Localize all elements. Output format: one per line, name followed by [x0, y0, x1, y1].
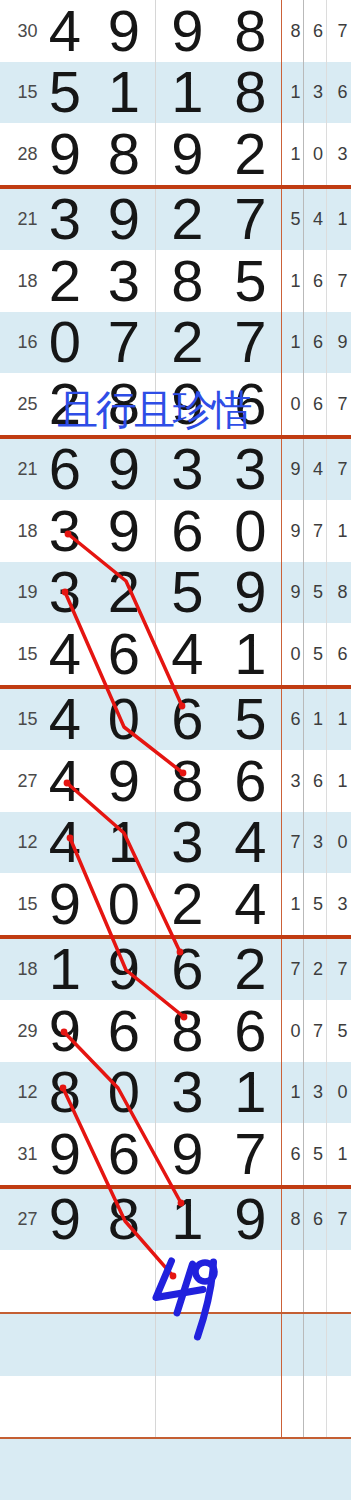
- sum-value: 27: [0, 750, 42, 812]
- digit-value: 9: [92, 0, 155, 62]
- tail-value: 0: [280, 623, 302, 685]
- digit-value: 4: [42, 750, 92, 812]
- draw-row: 193259958: [0, 562, 351, 624]
- digit-value: 6: [92, 1000, 155, 1062]
- digit-value: 6: [217, 1000, 280, 1062]
- draw-row: 213927541: [0, 189, 351, 251]
- draw-row: 124134730: [0, 812, 351, 874]
- tail-value: 5: [302, 1123, 325, 1185]
- draw-row: 182385167: [0, 250, 351, 312]
- draw-row: 160727169: [0, 312, 351, 374]
- digit-value: 7: [92, 312, 155, 374]
- digit-value: 9: [92, 500, 155, 562]
- digit-value: 2: [92, 562, 155, 624]
- tail-value: 7: [325, 939, 351, 1001]
- digit-value: 8: [217, 62, 280, 124]
- digit-value: 3: [155, 1062, 217, 1124]
- draw-row: 128031130: [0, 1062, 351, 1124]
- tail-value: 7: [325, 250, 351, 312]
- tail-value: 3: [302, 62, 325, 124]
- tail-value: 5: [302, 623, 325, 685]
- digit-value: 9: [92, 939, 155, 1001]
- digit-value: 3: [155, 812, 217, 874]
- digit-value: 8: [155, 1000, 217, 1062]
- tail-value: 7: [280, 812, 302, 874]
- digit-value: 0: [92, 689, 155, 751]
- tail-value: 8: [280, 0, 302, 62]
- tail-value: 2: [302, 939, 325, 1001]
- digit-value: 5: [42, 62, 92, 124]
- digit-value: 9: [42, 1189, 92, 1251]
- digit-value: 4: [42, 623, 92, 685]
- tail-value: 9: [280, 562, 302, 624]
- tail-value: 7: [325, 1189, 351, 1251]
- tail-value: 7: [280, 939, 302, 1001]
- digit-value: 6: [92, 623, 155, 685]
- group-divider-thick: [0, 1185, 351, 1189]
- sum-value: 28: [0, 123, 42, 185]
- digit-value: 4: [217, 812, 280, 874]
- draw-row: 181962727: [0, 939, 351, 1001]
- tail-value: 6: [325, 623, 351, 685]
- digit-value: 8: [92, 123, 155, 185]
- digit-value: 7: [217, 312, 280, 374]
- draw-row: 304998867: [0, 0, 351, 62]
- digit-value: 3: [42, 500, 92, 562]
- tail-value: 6: [302, 373, 325, 435]
- sum-value: 25: [0, 373, 42, 435]
- tail-value: 7: [325, 0, 351, 62]
- sum-value: 29: [0, 1000, 42, 1062]
- tail-value: 6: [302, 750, 325, 812]
- digit-value: 4: [42, 812, 92, 874]
- tail-value: 6: [302, 0, 325, 62]
- digit-value: 6: [92, 1123, 155, 1185]
- group-divider-thick: [0, 185, 351, 189]
- tail-value: 3: [325, 873, 351, 935]
- digit-value: 2: [217, 123, 280, 185]
- digit-value: 4: [42, 689, 92, 751]
- digit-value: 2: [42, 250, 92, 312]
- digit-value: 8: [42, 1062, 92, 1124]
- sum-value: 12: [0, 812, 42, 874]
- digit-value: 1: [155, 62, 217, 124]
- draw-row: 159024153: [0, 873, 351, 935]
- digit-value: 1: [42, 939, 92, 1001]
- digit-value: 8: [155, 250, 217, 312]
- digit-value: 9: [155, 123, 217, 185]
- tail-value: 1: [325, 500, 351, 562]
- empty-row: [0, 1439, 351, 1500]
- digit-value: 2: [155, 189, 217, 251]
- group-divider-thin: [0, 1437, 351, 1439]
- digit-value: 1: [217, 623, 280, 685]
- draw-row: 289892103: [0, 123, 351, 185]
- tail-value: 3: [280, 750, 302, 812]
- group-divider-thick: [0, 435, 351, 439]
- sum-value: 16: [0, 312, 42, 374]
- digit-value: 4: [42, 0, 92, 62]
- digit-value: 9: [42, 1000, 92, 1062]
- sum-value: 18: [0, 939, 42, 1001]
- digit-value: 2: [155, 873, 217, 935]
- digit-value: 9: [92, 750, 155, 812]
- empty-row: [0, 1250, 351, 1312]
- digit-value: 8: [155, 750, 217, 812]
- digit-value: 9: [92, 439, 155, 501]
- digit-value: 8: [92, 373, 155, 435]
- draw-row: 279819867: [0, 1189, 351, 1251]
- tail-value: 1: [302, 689, 325, 751]
- digit-value: 1: [92, 812, 155, 874]
- digit-value: 9: [217, 1189, 280, 1251]
- tail-value: 6: [280, 1123, 302, 1185]
- tail-value: 1: [280, 1062, 302, 1124]
- tail-value: 0: [280, 373, 302, 435]
- sum-value: 21: [0, 439, 42, 501]
- digit-value: 4: [217, 873, 280, 935]
- tail-value: 5: [302, 562, 325, 624]
- tail-value: 7: [325, 439, 351, 501]
- draw-row: 216933947: [0, 439, 351, 501]
- sum-value: 18: [0, 500, 42, 562]
- group-divider-thick: [0, 685, 351, 689]
- digit-value: 9: [217, 562, 280, 624]
- digit-value: 6: [155, 689, 217, 751]
- digit-value: 3: [42, 562, 92, 624]
- digit-value: 0: [92, 1062, 155, 1124]
- tail-value: 3: [325, 123, 351, 185]
- digit-value: 9: [155, 1123, 217, 1185]
- tail-value: 1: [325, 750, 351, 812]
- digit-value: 5: [217, 689, 280, 751]
- empty-row: [0, 1376, 351, 1437]
- sum-value: 31: [0, 1123, 42, 1185]
- tail-value: 1: [280, 873, 302, 935]
- tail-value: 1: [280, 62, 302, 124]
- tail-value: 4: [302, 189, 325, 251]
- tail-value: 7: [302, 500, 325, 562]
- tail-value: 8: [280, 1189, 302, 1251]
- digit-value: 1: [155, 1189, 217, 1251]
- sum-value: 21: [0, 189, 42, 251]
- tail-value: 8: [325, 562, 351, 624]
- number-grid: 3049988671551181362898921032139275411823…: [0, 0, 351, 1500]
- draw-row: 319697651: [0, 1123, 351, 1185]
- sum-value: 30: [0, 0, 42, 62]
- digit-value: 9: [92, 189, 155, 251]
- digit-value: 8: [217, 0, 280, 62]
- tail-value: 1: [325, 189, 351, 251]
- tail-value: 1: [325, 1123, 351, 1185]
- tail-value: 1: [280, 312, 302, 374]
- draw-row: 154065611: [0, 689, 351, 751]
- tail-value: 9: [325, 312, 351, 374]
- digit-value: 5: [217, 250, 280, 312]
- tail-value: 3: [302, 1062, 325, 1124]
- tail-value: 1: [280, 123, 302, 185]
- tail-value: 6: [325, 62, 351, 124]
- digit-value: 6: [42, 439, 92, 501]
- digit-value: 2: [42, 373, 92, 435]
- digit-value: 7: [217, 1123, 280, 1185]
- tail-value: 6: [280, 689, 302, 751]
- digit-value: 9: [155, 373, 217, 435]
- digit-value: 8: [92, 1189, 155, 1251]
- digit-value: 3: [42, 189, 92, 251]
- digit-value: 4: [155, 623, 217, 685]
- digit-value: 6: [155, 500, 217, 562]
- lottery-trend-chart: 3049988671551181362898921032139275411823…: [0, 0, 351, 1500]
- digit-value: 1: [92, 62, 155, 124]
- draw-row: 299686075: [0, 1000, 351, 1062]
- tail-value: 4: [302, 439, 325, 501]
- digit-value: 2: [217, 939, 280, 1001]
- digit-value: 3: [92, 250, 155, 312]
- digit-value: 6: [217, 750, 280, 812]
- sum-value: 15: [0, 623, 42, 685]
- sum-value: 19: [0, 562, 42, 624]
- tail-value: 0: [280, 1000, 302, 1062]
- tail-value: 1: [325, 689, 351, 751]
- tail-value: 6: [302, 312, 325, 374]
- tail-value: 9: [280, 439, 302, 501]
- tail-value: 6: [302, 250, 325, 312]
- digit-value: 0: [92, 873, 155, 935]
- tail-value: 3: [302, 812, 325, 874]
- digit-value: 2: [155, 312, 217, 374]
- digit-value: 7: [217, 189, 280, 251]
- digit-value: 6: [155, 939, 217, 1001]
- digit-value: 0: [217, 500, 280, 562]
- draw-row: 252896067: [0, 373, 351, 435]
- sum-value: 12: [0, 1062, 42, 1124]
- digit-value: 5: [155, 562, 217, 624]
- sum-value: 27: [0, 1189, 42, 1251]
- draw-row: 274986361: [0, 750, 351, 812]
- digit-value: 9: [155, 0, 217, 62]
- tail-value: 0: [325, 1062, 351, 1124]
- digit-value: 9: [42, 1123, 92, 1185]
- tail-value: 9: [280, 500, 302, 562]
- tail-value: 6: [302, 1189, 325, 1251]
- draw-row: 183960971: [0, 500, 351, 562]
- sum-value: 15: [0, 62, 42, 124]
- tail-value: 7: [325, 373, 351, 435]
- sum-value: 15: [0, 689, 42, 751]
- digit-value: 0: [42, 312, 92, 374]
- draw-row: 155118136: [0, 62, 351, 124]
- tail-value: 1: [280, 250, 302, 312]
- digit-value: 1: [217, 1062, 280, 1124]
- tail-value: 5: [302, 873, 325, 935]
- tail-value: 0: [302, 123, 325, 185]
- group-divider-thin: [0, 1312, 351, 1314]
- sum-value: 18: [0, 250, 42, 312]
- empty-row: [0, 1314, 351, 1376]
- sum-value: 15: [0, 873, 42, 935]
- digit-value: 3: [217, 439, 280, 501]
- digit-value: 9: [42, 123, 92, 185]
- digit-value: 6: [217, 373, 280, 435]
- digit-value: 3: [155, 439, 217, 501]
- draw-row: 154641056: [0, 623, 351, 685]
- tail-value: 7: [302, 1000, 325, 1062]
- digit-value: 9: [42, 873, 92, 935]
- tail-value: 0: [325, 812, 351, 874]
- group-divider-thick: [0, 935, 351, 939]
- tail-value: 5: [325, 1000, 351, 1062]
- tail-value: 5: [280, 189, 302, 251]
